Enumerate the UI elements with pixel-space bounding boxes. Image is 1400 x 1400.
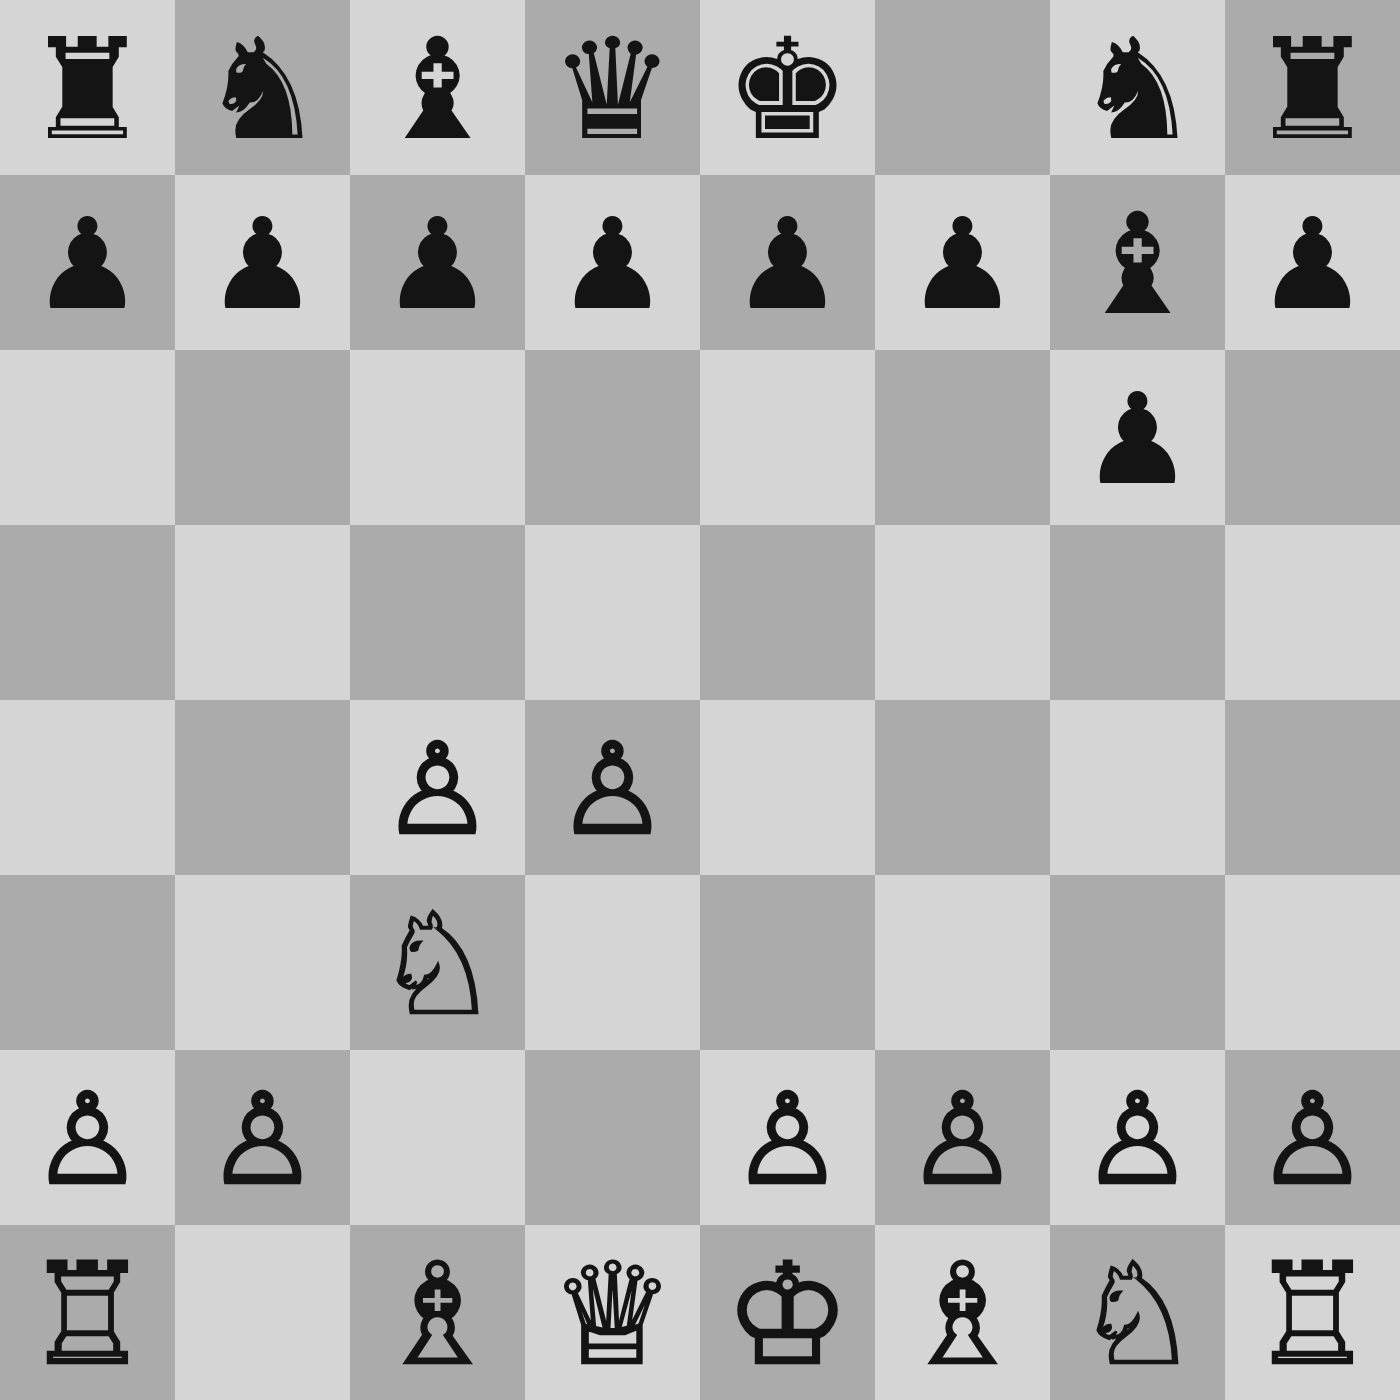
square-d7[interactable]: ♟ <box>525 175 700 350</box>
square-a2[interactable]: ♙ <box>0 1050 175 1225</box>
square-g5[interactable] <box>1050 525 1225 700</box>
square-b7[interactable]: ♟ <box>175 175 350 350</box>
square-g6[interactable]: ♟ <box>1050 350 1225 525</box>
square-h2[interactable]: ♙ <box>1225 1050 1400 1225</box>
piece-white-knight: ♘ <box>1075 1227 1201 1400</box>
piece-black-pawn: ♟ <box>906 177 1019 350</box>
piece-black-knight: ♞ <box>1075 2 1201 175</box>
square-d4[interactable]: ♙ <box>525 700 700 875</box>
square-b5[interactable] <box>175 525 350 700</box>
square-a6[interactable] <box>0 350 175 525</box>
square-e5[interactable] <box>700 525 875 700</box>
piece-black-pawn: ♟ <box>1256 177 1369 350</box>
square-h3[interactable] <box>1225 875 1400 1050</box>
piece-white-pawn: ♙ <box>1256 1052 1369 1225</box>
piece-white-pawn: ♙ <box>906 1052 1019 1225</box>
square-g4[interactable] <box>1050 700 1225 875</box>
square-f8[interactable] <box>875 0 1050 175</box>
square-g8[interactable]: ♞ <box>1050 0 1225 175</box>
square-d8[interactable]: ♛ <box>525 0 700 175</box>
square-d6[interactable] <box>525 350 700 525</box>
square-d1[interactable]: ♕ <box>525 1225 700 1400</box>
square-b3[interactable] <box>175 875 350 1050</box>
square-b2[interactable]: ♙ <box>175 1050 350 1225</box>
square-h8[interactable]: ♜ <box>1225 0 1400 175</box>
square-f6[interactable] <box>875 350 1050 525</box>
square-e2[interactable]: ♙ <box>700 1050 875 1225</box>
square-f7[interactable]: ♟ <box>875 175 1050 350</box>
square-d5[interactable] <box>525 525 700 700</box>
square-g7[interactable]: ♝ <box>1050 175 1225 350</box>
piece-black-rook: ♜ <box>1250 2 1376 175</box>
square-d2[interactable] <box>525 1050 700 1225</box>
square-h6[interactable] <box>1225 350 1400 525</box>
square-c2[interactable] <box>350 1050 525 1225</box>
piece-white-bishop: ♗ <box>900 1227 1026 1400</box>
piece-black-pawn: ♟ <box>1081 352 1194 525</box>
square-a5[interactable] <box>0 525 175 700</box>
square-e4[interactable] <box>700 700 875 875</box>
piece-black-bishop: ♝ <box>375 2 501 175</box>
square-a8[interactable]: ♜ <box>0 0 175 175</box>
square-b8[interactable]: ♞ <box>175 0 350 175</box>
piece-white-pawn: ♙ <box>381 702 494 875</box>
piece-white-pawn: ♙ <box>31 1052 144 1225</box>
piece-black-bishop: ♝ <box>1075 177 1201 350</box>
square-h5[interactable] <box>1225 525 1400 700</box>
square-a7[interactable]: ♟ <box>0 175 175 350</box>
square-h4[interactable] <box>1225 700 1400 875</box>
square-f2[interactable]: ♙ <box>875 1050 1050 1225</box>
piece-black-pawn: ♟ <box>206 177 319 350</box>
piece-white-pawn: ♙ <box>1081 1052 1194 1225</box>
piece-white-pawn: ♙ <box>731 1052 844 1225</box>
square-c5[interactable] <box>350 525 525 700</box>
square-e8[interactable]: ♚ <box>700 0 875 175</box>
square-e1[interactable]: ♔ <box>700 1225 875 1400</box>
square-f5[interactable] <box>875 525 1050 700</box>
square-b4[interactable] <box>175 700 350 875</box>
square-a4[interactable] <box>0 700 175 875</box>
piece-white-bishop: ♗ <box>375 1227 501 1400</box>
piece-black-rook: ♜ <box>25 2 151 175</box>
piece-black-knight: ♞ <box>200 2 326 175</box>
square-g3[interactable] <box>1050 875 1225 1050</box>
square-e6[interactable] <box>700 350 875 525</box>
square-f4[interactable] <box>875 700 1050 875</box>
piece-white-king: ♔ <box>725 1227 851 1400</box>
piece-black-queen: ♛ <box>550 2 676 175</box>
square-e7[interactable]: ♟ <box>700 175 875 350</box>
square-c6[interactable] <box>350 350 525 525</box>
square-a1[interactable]: ♖ <box>0 1225 175 1400</box>
piece-black-pawn: ♟ <box>556 177 669 350</box>
square-c8[interactable]: ♝ <box>350 0 525 175</box>
piece-white-pawn: ♙ <box>556 702 669 875</box>
square-f3[interactable] <box>875 875 1050 1050</box>
square-e3[interactable] <box>700 875 875 1050</box>
piece-black-king: ♚ <box>725 2 851 175</box>
square-d3[interactable] <box>525 875 700 1050</box>
piece-white-rook: ♖ <box>1250 1227 1376 1400</box>
square-c1[interactable]: ♗ <box>350 1225 525 1400</box>
piece-white-knight: ♘ <box>375 877 501 1050</box>
square-b6[interactable] <box>175 350 350 525</box>
piece-black-pawn: ♟ <box>31 177 144 350</box>
chess-board: ♜♞♝♛♚♞♜♟♟♟♟♟♟♝♟♟♙♙♘♙♙♙♙♙♙♖♗♕♔♗♘♖ <box>0 0 1400 1400</box>
square-f1[interactable]: ♗ <box>875 1225 1050 1400</box>
square-c3[interactable]: ♘ <box>350 875 525 1050</box>
piece-white-rook: ♖ <box>25 1227 151 1400</box>
square-b1[interactable] <box>175 1225 350 1400</box>
square-h7[interactable]: ♟ <box>1225 175 1400 350</box>
piece-black-pawn: ♟ <box>731 177 844 350</box>
square-a3[interactable] <box>0 875 175 1050</box>
square-g2[interactable]: ♙ <box>1050 1050 1225 1225</box>
square-c4[interactable]: ♙ <box>350 700 525 875</box>
square-g1[interactable]: ♘ <box>1050 1225 1225 1400</box>
square-h1[interactable]: ♖ <box>1225 1225 1400 1400</box>
piece-white-pawn: ♙ <box>206 1052 319 1225</box>
piece-black-pawn: ♟ <box>381 177 494 350</box>
piece-white-queen: ♕ <box>550 1227 676 1400</box>
square-c7[interactable]: ♟ <box>350 175 525 350</box>
